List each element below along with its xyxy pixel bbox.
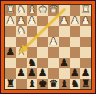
square-g8[interactable]: [16, 79, 27, 90]
square-f3[interactable]: [27, 26, 38, 37]
square-d4[interactable]: ♟: [48, 37, 59, 48]
chess-app-window: ♜♞♝♚♛♜♟♟♟♟♟♟♞♟♟♝♞♟♟♟♟♟♟♜♝♚♛♝♞♜: [0, 0, 96, 94]
square-a5[interactable]: [80, 47, 91, 58]
square-b2[interactable]: ♟: [70, 16, 81, 27]
square-e1[interactable]: ♚: [37, 5, 48, 16]
white-pawn: ♟: [70, 16, 79, 26]
square-a6[interactable]: [80, 58, 91, 69]
square-e2[interactable]: [37, 16, 48, 27]
square-e4[interactable]: [37, 37, 48, 48]
square-f7[interactable]: ♟: [27, 68, 38, 79]
white-pawn: ♟: [17, 16, 26, 26]
black-bishop: ♝: [60, 79, 69, 89]
square-d7[interactable]: [48, 68, 59, 79]
square-h3[interactable]: [5, 26, 16, 37]
square-g1[interactable]: ♞: [16, 5, 27, 16]
square-g7[interactable]: ♟: [16, 68, 27, 79]
square-a4[interactable]: [80, 37, 91, 48]
square-h1[interactable]: ♜: [5, 5, 16, 16]
square-b5[interactable]: [70, 47, 81, 58]
black-pawn: ♟: [17, 68, 26, 78]
square-e7[interactable]: ♟: [37, 68, 48, 79]
square-c3[interactable]: [59, 26, 70, 37]
square-g4[interactable]: [16, 37, 27, 48]
square-a1[interactable]: ♜: [80, 5, 91, 16]
black-pawn: ♟: [60, 58, 69, 68]
square-e3[interactable]: [37, 26, 48, 37]
white-knight: ♞: [17, 5, 26, 15]
black-pawn: ♟: [38, 68, 47, 78]
square-d2[interactable]: [48, 16, 59, 27]
black-pawn: ♟: [70, 68, 79, 78]
white-pawn: ♟: [6, 16, 15, 26]
white-knight: ♞: [17, 26, 26, 36]
square-f4[interactable]: [27, 37, 38, 48]
square-b3[interactable]: [70, 26, 81, 37]
square-b8[interactable]: ♞: [70, 79, 81, 90]
square-b1[interactable]: [70, 5, 81, 16]
square-f8[interactable]: ♝: [27, 79, 38, 90]
black-rook: ♜: [6, 79, 15, 89]
white-queen: ♛: [49, 5, 58, 15]
square-d8[interactable]: ♛: [48, 79, 59, 90]
square-d3[interactable]: [48, 26, 59, 37]
square-h5[interactable]: ♟: [5, 47, 16, 58]
square-c4[interactable]: [59, 37, 70, 48]
square-d6[interactable]: [48, 58, 59, 69]
square-h2[interactable]: ♟: [5, 16, 16, 27]
square-a8[interactable]: ♜: [80, 79, 91, 90]
square-c2[interactable]: ♟: [59, 16, 70, 27]
square-d1[interactable]: ♛: [48, 5, 59, 16]
white-rook: ♜: [81, 5, 90, 15]
square-a2[interactable]: ♟: [80, 16, 91, 27]
square-h7[interactable]: [5, 68, 16, 79]
white-pawn: ♟: [49, 37, 58, 47]
white-bishop: ♝: [17, 47, 26, 57]
white-pawn: ♟: [27, 16, 36, 26]
square-f5[interactable]: [27, 47, 38, 58]
white-pawn: ♟: [81, 16, 90, 26]
square-c1[interactable]: [59, 5, 70, 16]
square-b4[interactable]: [70, 37, 81, 48]
square-f1[interactable]: ♝: [27, 5, 38, 16]
black-pawn: ♟: [6, 47, 15, 57]
square-c7[interactable]: [59, 68, 70, 79]
square-b6[interactable]: [70, 58, 81, 69]
square-e8[interactable]: ♚: [37, 79, 48, 90]
square-g2[interactable]: ♟: [16, 16, 27, 27]
square-c8[interactable]: ♝: [59, 79, 70, 90]
black-pawn: ♟: [27, 68, 36, 78]
square-b7[interactable]: ♟: [70, 68, 81, 79]
white-bishop: ♝: [27, 5, 36, 15]
black-king: ♚: [38, 79, 47, 89]
square-f6[interactable]: ♞: [27, 58, 38, 69]
square-g3[interactable]: ♞: [16, 26, 27, 37]
square-e5[interactable]: [37, 47, 48, 58]
square-h8[interactable]: ♜: [5, 79, 16, 90]
black-knight: ♞: [27, 58, 36, 68]
square-g5[interactable]: ♝: [16, 47, 27, 58]
square-a7[interactable]: ♟: [80, 68, 91, 79]
square-a3[interactable]: [80, 26, 91, 37]
square-h4[interactable]: [5, 37, 16, 48]
square-g6[interactable]: [16, 58, 27, 69]
square-h6[interactable]: [5, 58, 16, 69]
square-c6[interactable]: ♟: [59, 58, 70, 69]
black-pawn: ♟: [81, 68, 90, 78]
black-bishop: ♝: [27, 79, 36, 89]
chess-board[interactable]: ♜♞♝♚♛♜♟♟♟♟♟♟♞♟♟♝♞♟♟♟♟♟♟♜♝♚♛♝♞♜: [4, 4, 92, 90]
square-e6[interactable]: [37, 58, 48, 69]
white-rook: ♜: [6, 5, 15, 15]
square-d5[interactable]: [48, 47, 59, 58]
black-knight: ♞: [70, 79, 79, 89]
white-king: ♚: [38, 5, 47, 15]
black-queen: ♛: [49, 79, 58, 89]
square-f2[interactable]: ♟: [27, 16, 38, 27]
square-c5[interactable]: [59, 47, 70, 58]
black-rook: ♜: [81, 79, 90, 89]
white-pawn: ♟: [60, 16, 69, 26]
